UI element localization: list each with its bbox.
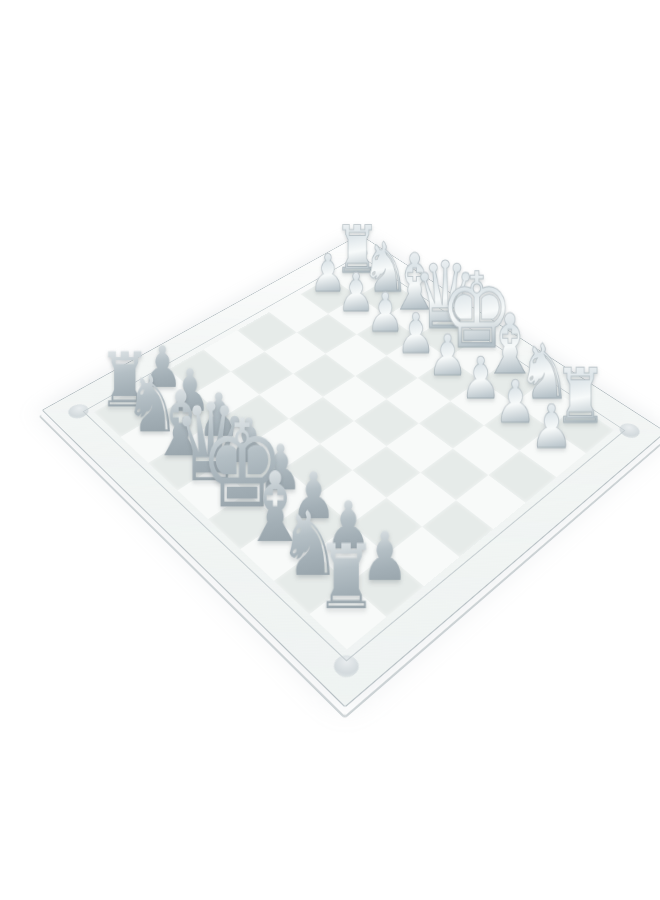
piece-white-rook: ♜ — [273, 533, 419, 622]
glass-board-plate: ♜♞♝♛♚♝♞♜♟♟♟♟♟♟♟♟♟♟♟♟♟♟♟♟♜♞♝♛♚♝♞♜ — [42, 234, 660, 707]
corner-pad-near — [329, 651, 364, 682]
square-h7: ♟ — [519, 428, 585, 478]
chess-board: ♜♞♝♛♚♝♞♜♟♟♟♟♟♟♟♟♟♟♟♟♟♟♟♟♜♞♝♛♚♝♞♜ — [94, 261, 614, 650]
product-photo: ♜♞♝♛♚♝♞♜♟♟♟♟♟♟♟♟♟♟♟♟♟♟♟♟♜♞♝♛♚♝♞♜ — [0, 0, 660, 900]
board-scene: ♜♞♝♛♚♝♞♜♟♟♟♟♟♟♟♟♟♟♟♟♟♟♟♟♜♞♝♛♚♝♞♜ — [0, 0, 660, 900]
piece-black-pawn: ♟ — [488, 397, 614, 457]
square-h1: ♜ — [309, 584, 386, 650]
